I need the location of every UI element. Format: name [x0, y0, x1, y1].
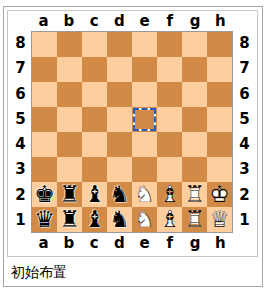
piece-fill: ♝: [82, 207, 107, 232]
piece-outline: ♖: [182, 207, 207, 232]
white-king-h2: ♚♔: [207, 182, 232, 207]
piece-fill: ♞: [107, 207, 132, 232]
square-e5: [132, 107, 157, 132]
square-d2: ♞: [107, 182, 132, 207]
file-label-c: c: [82, 11, 107, 31]
black-king-a2: ♚: [32, 182, 57, 207]
piece-outline: ♘: [132, 207, 157, 232]
rank-label-7: 7: [10, 56, 31, 81]
square-f1: ♝♗: [157, 207, 182, 232]
square-a5: [32, 107, 57, 132]
square-f5: [157, 107, 182, 132]
piece-fill: ♜: [57, 182, 82, 207]
file-label-f: f: [157, 233, 182, 254]
file-label-g: g: [183, 233, 208, 254]
piece-fill: ♞: [107, 182, 132, 207]
square-c6: [82, 82, 107, 107]
square-f2: ♝♗: [157, 182, 182, 207]
square-a4: [32, 132, 57, 157]
rank-label-4: 4: [10, 132, 31, 157]
square-c4: [82, 132, 107, 157]
file-label-g: g: [183, 11, 208, 31]
file-labels-top: abcdefgh: [31, 11, 233, 31]
square-b3: [57, 157, 82, 182]
square-d6: [107, 82, 132, 107]
file-label-h: h: [208, 233, 233, 254]
square-d5: [107, 107, 132, 132]
square-h7: [207, 57, 232, 82]
square-a2: ♚: [32, 182, 57, 207]
square-a3: [32, 157, 57, 182]
rank-label-6: 6: [10, 82, 31, 107]
white-bishop-f1: ♝♗: [157, 207, 182, 232]
file-labels-bottom: abcdefgh: [31, 233, 233, 254]
square-c1: ♝: [82, 207, 107, 232]
piece-fill: ♜: [57, 207, 82, 232]
chess-diagram-image[interactable]: abcdefgh 87654321 ♚♜♝♞♞♘♝♗♜♖♚♔♛♜♝♞♞♘♝♗♜♖…: [7, 10, 258, 257]
white-rook-g1: ♜♖: [182, 207, 207, 232]
white-rook-g2: ♜♖: [182, 182, 207, 207]
black-knight-d2: ♞: [107, 182, 132, 207]
white-queen-h1: ♛♕: [207, 207, 232, 232]
square-e3: [132, 157, 157, 182]
rank-label-5: 5: [234, 107, 255, 132]
file-label-a: a: [31, 11, 56, 31]
file-label-e: e: [132, 11, 157, 31]
black-queen-a1: ♛: [32, 207, 57, 232]
square-h3: [207, 157, 232, 182]
thumbnail-frame: abcdefgh 87654321 ♚♜♝♞♞♘♝♗♜♖♚♔♛♜♝♞♞♘♝♗♜♖…: [3, 6, 263, 287]
rank-label-1: 1: [234, 208, 255, 233]
piece-outline: ♗: [157, 207, 182, 232]
square-g5: [182, 107, 207, 132]
square-e1: ♞♘: [132, 207, 157, 232]
square-f7: [157, 57, 182, 82]
square-b1: ♜: [57, 207, 82, 232]
piece-fill: ♝: [82, 182, 107, 207]
square-g4: [182, 132, 207, 157]
black-bishop-c2: ♝: [82, 182, 107, 207]
piece-fill: ♚: [32, 182, 57, 207]
square-g1: ♜♖: [182, 207, 207, 232]
square-d4: [107, 132, 132, 157]
piece-outline: ♔: [207, 182, 232, 207]
black-rook-b1: ♜: [57, 207, 82, 232]
square-h5: [207, 107, 232, 132]
file-label-d: d: [107, 11, 132, 31]
square-e8: [132, 32, 157, 57]
square-c3: [82, 157, 107, 182]
chess-diagram: abcdefgh 87654321 ♚♜♝♞♞♘♝♗♜♖♚♔♛♜♝♞♞♘♝♗♜♖…: [10, 11, 255, 254]
rank-label-4: 4: [234, 132, 255, 157]
file-label-b: b: [56, 11, 81, 31]
square-b4: [57, 132, 82, 157]
square-b6: [57, 82, 82, 107]
rank-label-7: 7: [234, 56, 255, 81]
file-label-h: h: [208, 11, 233, 31]
square-c8: [82, 32, 107, 57]
square-g3: [182, 157, 207, 182]
square-a6: [32, 82, 57, 107]
white-knight-e2: ♞♘: [132, 182, 157, 207]
piece-fill: ♛: [32, 207, 57, 232]
rank-labels-left: 87654321: [10, 31, 31, 233]
square-d1: ♞: [107, 207, 132, 232]
piece-outline: ♗: [157, 182, 182, 207]
rank-label-3: 3: [10, 157, 31, 182]
square-c2: ♝: [82, 182, 107, 207]
square-g8: [182, 32, 207, 57]
square-e4: [132, 132, 157, 157]
square-b2: ♜: [57, 182, 82, 207]
square-g7: [182, 57, 207, 82]
black-knight-d1: ♞: [107, 207, 132, 232]
square-a8: [32, 32, 57, 57]
piece-outline: ♕: [207, 207, 232, 232]
square-c7: [82, 57, 107, 82]
white-bishop-f2: ♝♗: [157, 182, 182, 207]
square-h6: [207, 82, 232, 107]
square-a7: [32, 57, 57, 82]
file-label-d: d: [107, 233, 132, 254]
square-f8: [157, 32, 182, 57]
square-c5: [82, 107, 107, 132]
square-b8: [57, 32, 82, 57]
white-knight-e1: ♞♘: [132, 207, 157, 232]
square-g6: [182, 82, 207, 107]
square-a1: ♛: [32, 207, 57, 232]
file-label-e: e: [132, 233, 157, 254]
rank-label-3: 3: [234, 157, 255, 182]
square-e2: ♞♘: [132, 182, 157, 207]
black-bishop-c1: ♝: [82, 207, 107, 232]
diagram-caption: 初始布置: [4, 257, 262, 282]
square-e6: [132, 82, 157, 107]
file-label-c: c: [82, 233, 107, 254]
square-f4: [157, 132, 182, 157]
rank-label-2: 2: [10, 183, 31, 208]
rank-label-8: 8: [10, 31, 31, 56]
rank-labels-right: 87654321: [234, 31, 255, 233]
square-h1: ♛♕: [207, 207, 232, 232]
square-f3: [157, 157, 182, 182]
piece-outline: ♖: [182, 182, 207, 207]
rank-label-2: 2: [234, 183, 255, 208]
file-label-a: a: [31, 233, 56, 254]
square-b5: [57, 107, 82, 132]
rank-label-1: 1: [10, 208, 31, 233]
square-g2: ♜♖: [182, 182, 207, 207]
rank-label-6: 6: [234, 82, 255, 107]
square-b7: [57, 57, 82, 82]
file-label-f: f: [157, 11, 182, 31]
highlight-marker-dashed-border: [133, 108, 156, 131]
square-d3: [107, 157, 132, 182]
square-h8: [207, 32, 232, 57]
square-h4: [207, 132, 232, 157]
square-d8: [107, 32, 132, 57]
black-rook-b2: ♜: [57, 182, 82, 207]
rank-label-8: 8: [234, 31, 255, 56]
square-f6: [157, 82, 182, 107]
piece-outline: ♘: [132, 182, 157, 207]
square-d7: [107, 57, 132, 82]
square-e7: [132, 57, 157, 82]
rank-label-5: 5: [10, 107, 31, 132]
file-label-b: b: [56, 233, 81, 254]
board: ♚♜♝♞♞♘♝♗♜♖♚♔♛♜♝♞♞♘♝♗♜♖♛♕: [31, 31, 233, 233]
square-h2: ♚♔: [207, 182, 232, 207]
